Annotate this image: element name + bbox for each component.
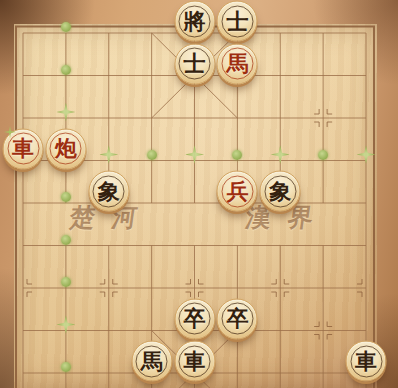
piece-character: 象	[269, 180, 291, 202]
piece-black-chariot-2[interactable]: 車	[346, 341, 387, 382]
piece-black-elephant-1[interactable]: 象	[88, 171, 129, 212]
piece-character: 象	[98, 180, 120, 202]
piece-character: 士	[226, 10, 248, 32]
piece-character: 士	[184, 53, 206, 75]
piece-black-soldier-1[interactable]: 卒	[174, 298, 215, 339]
piece-black-horse[interactable]: 馬	[131, 341, 172, 382]
piece-character: 車	[184, 350, 206, 372]
piece-black-chariot-1[interactable]: 車	[174, 341, 215, 382]
move-hint-marker[interactable]	[61, 277, 71, 287]
piece-character: 馬	[141, 350, 163, 372]
piece-character: 卒	[184, 308, 206, 330]
piece-black-general[interactable]: 將	[174, 1, 215, 42]
move-hint-marker[interactable]	[61, 65, 71, 75]
piece-black-elephant-2[interactable]: 象	[260, 171, 301, 212]
move-hint-marker[interactable]	[61, 362, 71, 372]
piece-black-soldier-2[interactable]: 卒	[217, 298, 258, 339]
piece-character: 兵	[226, 180, 248, 202]
move-hint-marker[interactable]	[61, 22, 71, 32]
piece-character: 炮	[55, 138, 77, 160]
move-hint-marker[interactable]	[61, 235, 71, 245]
piece-character: 車	[12, 138, 34, 160]
piece-black-advisor-1[interactable]: 士	[217, 1, 258, 42]
piece-black-advisor-2[interactable]: 士	[174, 43, 215, 84]
piece-red-chariot[interactable]: 車	[3, 128, 44, 169]
move-hint-marker[interactable]	[61, 192, 71, 202]
xiangqi-board: 楚河 漢界 將士士馬車炮象兵象卒卒馬車車	[0, 0, 398, 388]
piece-character: 車	[355, 350, 377, 372]
move-hint-marker[interactable]	[318, 150, 328, 160]
piece-red-horse[interactable]: 馬	[217, 43, 258, 84]
move-hint-marker[interactable]	[147, 150, 157, 160]
piece-character: 卒	[226, 308, 248, 330]
move-hint-marker[interactable]	[232, 150, 242, 160]
piece-character: 馬	[226, 53, 248, 75]
piece-character: 將	[184, 10, 206, 32]
piece-red-soldier[interactable]: 兵	[217, 171, 258, 212]
piece-red-cannon-selected[interactable]: 炮	[45, 128, 86, 169]
